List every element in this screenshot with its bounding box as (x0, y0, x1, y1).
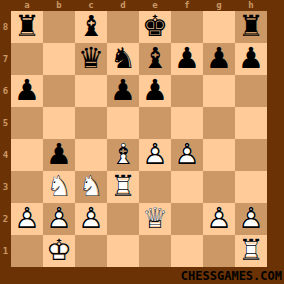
square-e8: ♚ (139, 11, 171, 43)
board-frame: abcdefgh 87654321 ♜♝♚♜♛♞♝♟♟♟♟♟♟♟♝♗♟♙♟♙♞♘… (0, 0, 284, 284)
rank-label-3: 3 (0, 171, 11, 203)
white-pawn: ♟♙ (203, 203, 235, 235)
square-f8 (171, 11, 203, 43)
white-pawn: ♟♙ (43, 203, 75, 235)
square-d3: ♜♖ (107, 171, 139, 203)
square-e6: ♟ (139, 75, 171, 107)
square-e1 (139, 235, 171, 267)
black-bishop: ♝ (75, 11, 107, 43)
white-pawn: ♟♙ (11, 203, 43, 235)
square-a8: ♜ (11, 11, 43, 43)
square-b6 (43, 75, 75, 107)
square-b2: ♟♙ (43, 203, 75, 235)
square-h6 (235, 75, 267, 107)
square-a3 (11, 171, 43, 203)
square-e4: ♟♙ (139, 139, 171, 171)
square-b3: ♞♘ (43, 171, 75, 203)
square-h4 (235, 139, 267, 171)
square-b1: ♚♔ (43, 235, 75, 267)
square-d6: ♟ (107, 75, 139, 107)
square-c8: ♝ (75, 11, 107, 43)
square-c6 (75, 75, 107, 107)
white-knight: ♞♘ (43, 171, 75, 203)
square-g6 (203, 75, 235, 107)
square-g7: ♟ (203, 43, 235, 75)
square-e3 (139, 171, 171, 203)
square-e7: ♝ (139, 43, 171, 75)
square-a5 (11, 107, 43, 139)
white-rook: ♜♖ (235, 235, 267, 267)
white-pawn: ♟♙ (235, 203, 267, 235)
square-a4 (11, 139, 43, 171)
square-c3: ♞♘ (75, 171, 107, 203)
white-knight: ♞♘ (75, 171, 107, 203)
white-pawn: ♟♙ (75, 203, 107, 235)
rank-label-6: 6 (0, 75, 11, 107)
square-g5 (203, 107, 235, 139)
black-knight: ♞ (107, 43, 139, 75)
rank-label-5: 5 (0, 107, 11, 139)
rank-label-2: 2 (0, 203, 11, 235)
square-f7: ♟ (171, 43, 203, 75)
white-king: ♚♔ (43, 235, 75, 267)
black-king: ♚ (139, 11, 171, 43)
black-pawn: ♟ (171, 43, 203, 75)
square-c7: ♛ (75, 43, 107, 75)
square-g3 (203, 171, 235, 203)
white-queen: ♛♕ (139, 203, 171, 235)
black-rook: ♜ (11, 11, 43, 43)
black-queen: ♛ (75, 43, 107, 75)
file-label-b: b (43, 0, 75, 11)
square-g4 (203, 139, 235, 171)
square-f4: ♟♙ (171, 139, 203, 171)
square-a2: ♟♙ (11, 203, 43, 235)
square-a1 (11, 235, 43, 267)
square-c2: ♟♙ (75, 203, 107, 235)
square-h3 (235, 171, 267, 203)
square-d8 (107, 11, 139, 43)
file-label-g: g (203, 0, 235, 11)
square-d1 (107, 235, 139, 267)
black-rook: ♜ (235, 11, 267, 43)
square-b4: ♟ (43, 139, 75, 171)
square-c1 (75, 235, 107, 267)
rank-label-7: 7 (0, 43, 11, 75)
black-bishop: ♝ (139, 43, 171, 75)
white-rook: ♜♖ (107, 171, 139, 203)
square-d7: ♞ (107, 43, 139, 75)
rank-label-1: 1 (0, 235, 11, 267)
square-g2: ♟♙ (203, 203, 235, 235)
black-pawn: ♟ (11, 75, 43, 107)
square-b7 (43, 43, 75, 75)
square-c4 (75, 139, 107, 171)
square-f5 (171, 107, 203, 139)
file-label-f: f (171, 0, 203, 11)
square-d2 (107, 203, 139, 235)
rank-label-4: 4 (0, 139, 11, 171)
square-f3 (171, 171, 203, 203)
white-pawn: ♟♙ (139, 139, 171, 171)
square-d4: ♝♗ (107, 139, 139, 171)
black-pawn: ♟ (235, 43, 267, 75)
square-h7: ♟ (235, 43, 267, 75)
square-a7 (11, 43, 43, 75)
square-h5 (235, 107, 267, 139)
black-pawn: ♟ (43, 139, 75, 171)
chess-board: ♜♝♚♜♛♞♝♟♟♟♟♟♟♟♝♗♟♙♟♙♞♘♞♘♜♖♟♙♟♙♟♙♛♕♟♙♟♙♚♔… (11, 11, 267, 267)
square-d5 (107, 107, 139, 139)
square-e5 (139, 107, 171, 139)
square-f1 (171, 235, 203, 267)
square-g1 (203, 235, 235, 267)
square-h8: ♜ (235, 11, 267, 43)
square-h2: ♟♙ (235, 203, 267, 235)
square-c5 (75, 107, 107, 139)
black-pawn: ♟ (139, 75, 171, 107)
white-pawn: ♟♙ (171, 139, 203, 171)
square-b8 (43, 11, 75, 43)
square-h1: ♜♖ (235, 235, 267, 267)
square-e2: ♛♕ (139, 203, 171, 235)
black-pawn: ♟ (203, 43, 235, 75)
file-label-d: d (107, 0, 139, 11)
rank-label-8: 8 (0, 11, 11, 43)
square-f6 (171, 75, 203, 107)
site-watermark: CHESSGAMES.COM (181, 269, 282, 283)
square-a6: ♟ (11, 75, 43, 107)
square-g8 (203, 11, 235, 43)
square-b5 (43, 107, 75, 139)
black-pawn: ♟ (107, 75, 139, 107)
white-bishop: ♝♗ (107, 139, 139, 171)
square-f2 (171, 203, 203, 235)
